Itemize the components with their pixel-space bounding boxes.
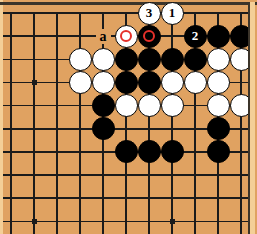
black-stone bbox=[138, 71, 161, 94]
star-point bbox=[32, 219, 37, 224]
white-stone bbox=[184, 71, 207, 94]
go-board-frame: a312 bbox=[0, 0, 257, 234]
star-point bbox=[170, 219, 175, 224]
star-point bbox=[32, 80, 37, 85]
black-stone bbox=[161, 140, 184, 163]
black-stone bbox=[115, 71, 138, 94]
frame-shadow-top bbox=[0, 2, 257, 5]
black-stone bbox=[92, 117, 115, 140]
black-stone bbox=[115, 48, 138, 71]
white-stone-circled bbox=[115, 25, 138, 48]
white-stone bbox=[161, 71, 184, 94]
black-stone bbox=[138, 48, 161, 71]
black-stone bbox=[207, 140, 230, 163]
white-stone bbox=[92, 71, 115, 94]
black-stone bbox=[207, 25, 230, 48]
white-stone bbox=[207, 71, 230, 94]
red-circle-marker bbox=[120, 30, 132, 42]
white-stone-move-1: 1 bbox=[161, 2, 184, 25]
black-stone bbox=[184, 48, 207, 71]
white-stone bbox=[138, 94, 161, 117]
point-label-a: a bbox=[96, 29, 111, 44]
black-stone bbox=[138, 140, 161, 163]
white-stone bbox=[92, 48, 115, 71]
white-stone bbox=[69, 71, 92, 94]
white-stone-move-3: 3 bbox=[138, 2, 161, 25]
black-stone bbox=[207, 117, 230, 140]
frame-highlight-right bbox=[250, 2, 255, 234]
black-stone bbox=[115, 140, 138, 163]
grid-line-vertical bbox=[56, 12, 58, 234]
white-stone bbox=[161, 94, 184, 117]
white-stone bbox=[115, 94, 138, 117]
grid-line-vertical bbox=[171, 12, 173, 234]
grid-line-vertical bbox=[79, 12, 81, 234]
white-stone bbox=[207, 48, 230, 71]
black-stone bbox=[92, 94, 115, 117]
black-stone-circled bbox=[138, 25, 161, 48]
black-stone bbox=[161, 48, 184, 71]
white-stone bbox=[207, 94, 230, 117]
white-stone bbox=[69, 48, 92, 71]
grid-line-vertical bbox=[33, 12, 35, 234]
red-circle-marker bbox=[143, 30, 155, 42]
black-stone-move-2: 2 bbox=[184, 25, 207, 48]
grid-line-vertical bbox=[10, 12, 12, 234]
